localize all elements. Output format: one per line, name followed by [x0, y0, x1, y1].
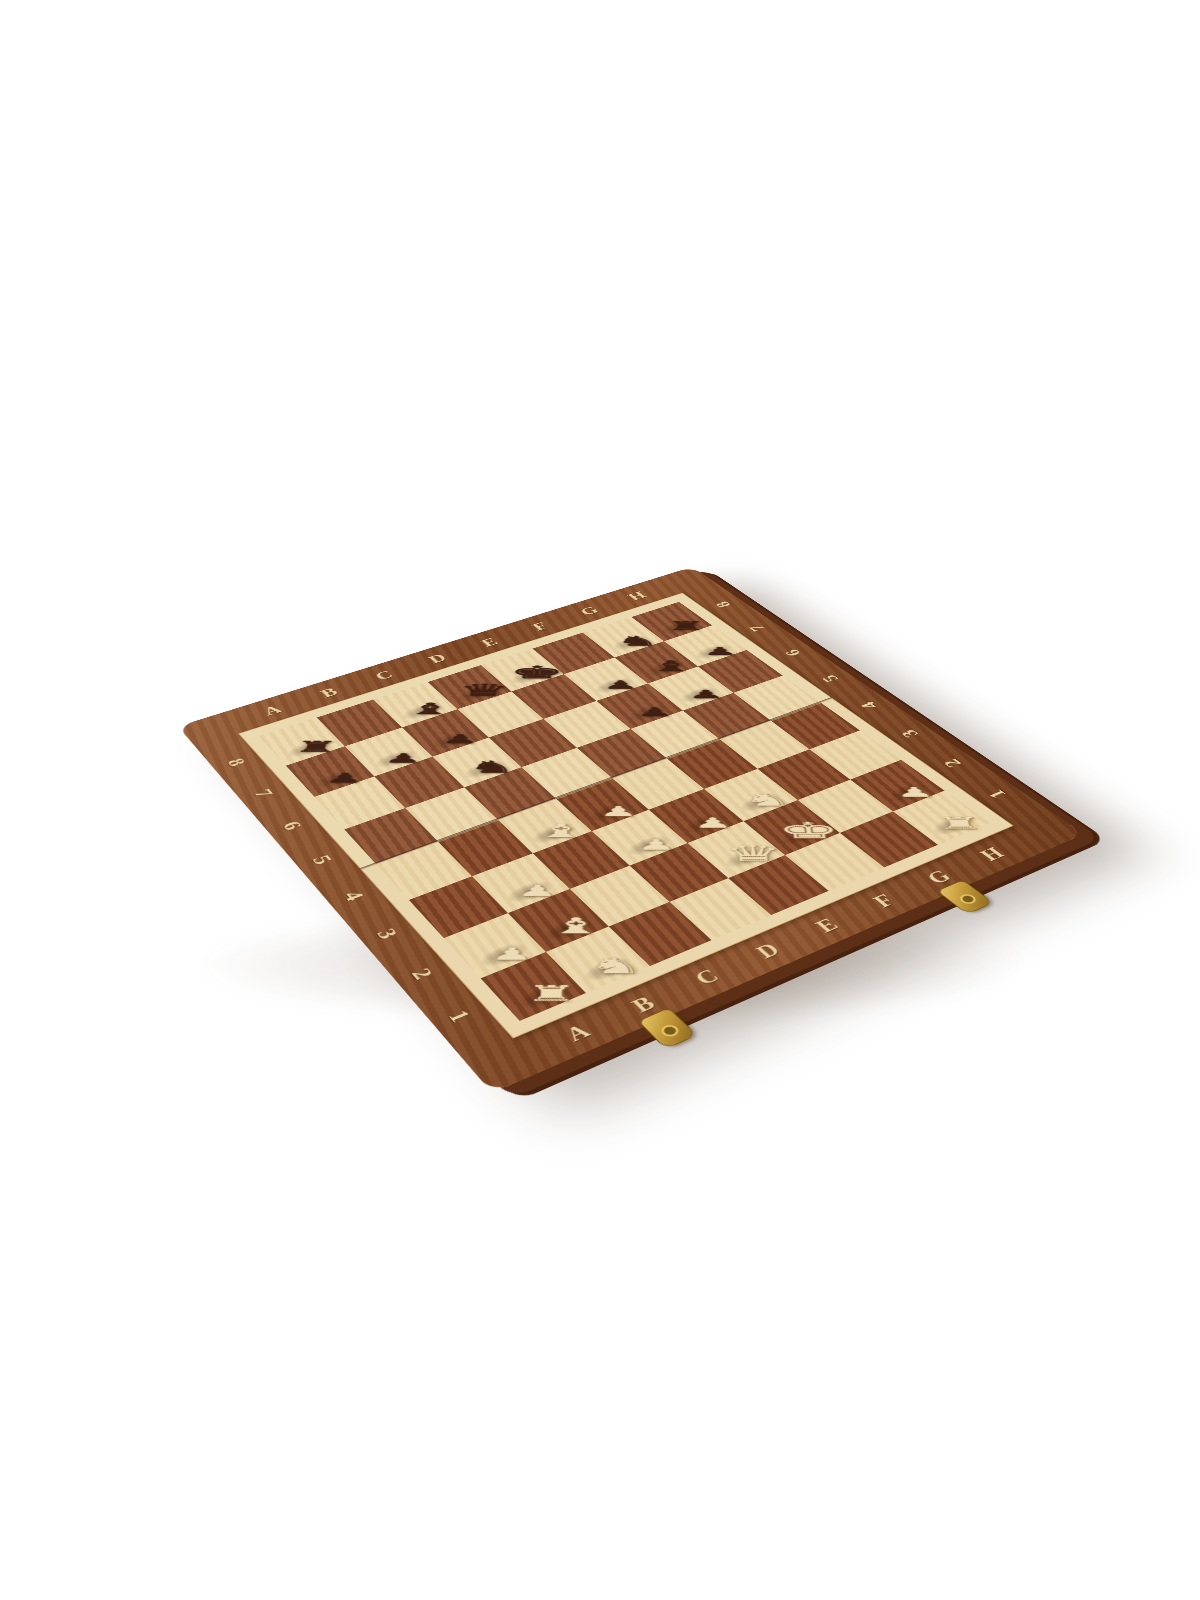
rank-label-left-3: 3	[365, 919, 411, 948]
file-label-near-d: D	[744, 936, 792, 966]
black-pawn-a7[interactable]: ♟	[310, 771, 379, 784]
white-pawn-b3[interactable]: ♟	[501, 883, 574, 899]
white-pawn-e3[interactable]: ♟	[678, 816, 747, 830]
square-e3[interactable]: ♟	[649, 789, 744, 843]
rank-label-right-7: 7	[739, 619, 776, 637]
file-label-near-f: F	[861, 887, 908, 915]
piece-shadow	[776, 822, 829, 849]
rank-label-left-6: 6	[272, 813, 314, 838]
square-a1[interactable]: ♜	[481, 952, 586, 1021]
white-bishop-b2[interactable]: ♝	[538, 915, 612, 937]
white-pawn-h2[interactable]: ♟	[880, 786, 950, 799]
square-a5[interactable]	[344, 808, 437, 864]
square-b3[interactable]: ♟	[472, 853, 570, 913]
file-label-near-c: C	[683, 962, 731, 993]
white-rook-h1[interactable]: ♜	[923, 815, 996, 832]
square-a2[interactable]: ♟	[444, 913, 546, 978]
square-e2[interactable]: ♛	[688, 821, 785, 878]
rank-label-right-4: 4	[849, 695, 889, 716]
square-g1[interactable]	[840, 811, 938, 867]
piece-shadow	[475, 939, 533, 971]
piece-shadow	[622, 832, 676, 859]
file-label-far-e: E	[471, 633, 508, 652]
piece-shadow	[719, 844, 773, 872]
black-pawn-c7[interactable]: ♟	[427, 733, 493, 745]
square-b4[interactable]	[438, 820, 533, 877]
black-rook-a8[interactable]: ♜	[282, 739, 350, 754]
rank-label-right-8: 8	[705, 596, 741, 613]
piece-shadow	[527, 820, 580, 847]
black-pawn-g6[interactable]: ♟	[675, 689, 738, 700]
rank-label-left-7: 7	[244, 781, 285, 805]
square-f2[interactable]: ♚	[744, 800, 840, 855]
rank-label-left-8: 8	[217, 751, 257, 774]
black-pawn-b7[interactable]: ♟	[369, 752, 436, 765]
rank-label-left-4: 4	[332, 882, 376, 910]
piece-shadow	[680, 811, 733, 837]
square-b2[interactable]: ♝	[508, 889, 609, 952]
file-label-near-e: E	[803, 911, 850, 940]
file-label-near-h: H	[969, 841, 1015, 867]
black-bishop-g7[interactable]: ♝	[640, 659, 701, 674]
file-label-near-a: A	[553, 1016, 603, 1049]
white-pawn-d4[interactable]: ♟	[584, 805, 652, 819]
square-c1[interactable]	[609, 902, 712, 966]
white-rook-a1[interactable]: ♜	[512, 983, 590, 1004]
file-label-near-b: B	[619, 988, 668, 1020]
black-king-e8[interactable]: ♚	[505, 664, 567, 681]
piece-shadow	[513, 980, 573, 1014]
rank-label-left-1: 1	[436, 1000, 485, 1033]
square-g2[interactable]	[798, 780, 893, 833]
black-pawn-f6[interactable]: ♟	[623, 706, 686, 718]
black-rook-h8[interactable]: ♜	[656, 620, 715, 632]
file-label-near-g: G	[916, 864, 962, 891]
file-label-far-g: G	[571, 602, 607, 620]
square-d2[interactable]	[630, 843, 729, 902]
white-pawn-a2[interactable]: ♟	[473, 946, 549, 963]
square-d1[interactable]	[670, 878, 772, 940]
piece-shadow	[502, 877, 558, 906]
piece-shadow	[579, 953, 638, 985]
black-pawn-h7[interactable]: ♟	[690, 646, 750, 657]
white-knight-b1[interactable]: ♞	[578, 955, 654, 977]
black-bishop-c8[interactable]: ♝	[397, 701, 462, 717]
rank-label-left-5: 5	[301, 847, 344, 873]
square-b5[interactable]	[405, 787, 497, 841]
white-queen-e2[interactable]: ♛	[717, 843, 789, 865]
square-e1[interactable]	[728, 855, 828, 915]
square-d4[interactable]: ♟	[556, 778, 649, 831]
square-h1[interactable]: ♜	[893, 791, 990, 845]
square-a3[interactable]	[409, 876, 508, 938]
square-a4[interactable]	[376, 841, 472, 900]
file-label-far-f: F	[522, 617, 558, 635]
square-a6[interactable]	[314, 776, 405, 829]
rank-label-left-2: 2	[399, 958, 446, 989]
white-king-f2[interactable]: ♚	[773, 819, 845, 841]
black-pawn-f7[interactable]: ♟	[590, 679, 651, 690]
file-label-far-h: H	[619, 587, 655, 604]
white-pawn-d3[interactable]: ♟	[621, 838, 691, 853]
white-knight-f3[interactable]: ♞	[733, 791, 802, 808]
rank-label-right-6: 6	[774, 643, 812, 662]
black-knight-c6[interactable]: ♞	[458, 759, 525, 776]
piece-shadow	[539, 914, 596, 945]
piece-shadow	[927, 812, 979, 838]
square-c3[interactable]	[533, 831, 630, 889]
square-f1[interactable]	[785, 833, 884, 891]
white-bishop-c4[interactable]: ♝	[526, 821, 595, 840]
square-c2[interactable]	[570, 866, 670, 927]
square-d3[interactable]: ♟	[592, 810, 688, 866]
square-b1[interactable]: ♞	[546, 926, 650, 993]
square-c4[interactable]: ♝	[498, 798, 592, 853]
rank-label-right-5: 5	[810, 669, 849, 689]
black-queen-d8[interactable]: ♛	[452, 682, 515, 699]
black-knight-g8[interactable]: ♞	[608, 634, 667, 647]
